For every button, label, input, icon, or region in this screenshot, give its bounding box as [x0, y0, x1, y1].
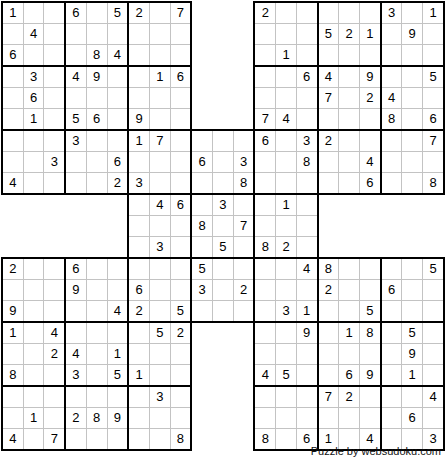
empty-cell[interactable]	[170, 280, 191, 301]
empty-cell[interactable]	[128, 344, 149, 365]
empty-cell[interactable]	[318, 301, 339, 323]
empty-cell[interactable]	[213, 280, 234, 301]
empty-cell[interactable]	[233, 258, 254, 280]
empty-cell[interactable]	[23, 2, 44, 24]
empty-cell[interactable]	[170, 45, 191, 67]
empty-cell[interactable]	[359, 280, 380, 301]
empty-cell[interactable]	[254, 344, 275, 365]
empty-cell[interactable]	[233, 130, 254, 152]
empty-cell[interactable]	[296, 386, 317, 408]
empty-cell[interactable]	[86, 2, 107, 24]
empty-cell[interactable]	[254, 258, 275, 280]
empty-cell[interactable]	[170, 152, 191, 173]
empty-cell[interactable]	[149, 258, 170, 280]
empty-cell[interactable]	[170, 237, 191, 259]
empty-cell[interactable]	[213, 173, 234, 195]
given-cell: 2	[339, 386, 360, 408]
given-cell: 1	[276, 45, 297, 67]
empty-cell[interactable]	[107, 322, 128, 344]
empty-cell[interactable]	[65, 386, 86, 408]
empty-cell[interactable]	[233, 301, 254, 323]
empty-cell[interactable]	[296, 194, 317, 216]
empty-cell[interactable]	[296, 45, 317, 67]
empty-cell[interactable]	[233, 237, 254, 259]
given-cell: 7	[149, 130, 170, 152]
empty-cell[interactable]	[402, 66, 423, 88]
empty-cell[interactable]	[86, 24, 107, 45]
given-cell: 3	[65, 130, 86, 152]
given-cell: 7	[254, 109, 275, 131]
given-cell: 1	[339, 322, 360, 344]
empty-cell[interactable]	[402, 2, 423, 24]
given-cell: 8	[254, 237, 275, 259]
given-cell: 9	[359, 66, 380, 88]
empty-cell[interactable]	[254, 301, 275, 323]
empty-cell[interactable]	[359, 408, 380, 429]
empty-cell[interactable]	[213, 216, 234, 237]
board-row: 14529185	[2, 322, 444, 344]
empty-cell[interactable]	[296, 173, 317, 195]
empty-cell[interactable]	[402, 280, 423, 301]
empty-cell[interactable]	[2, 344, 23, 365]
empty-cell[interactable]	[276, 88, 297, 109]
empty-cell[interactable]	[170, 173, 191, 195]
empty-cell[interactable]	[359, 45, 380, 67]
gap-cell	[318, 194, 339, 216]
gap-cell	[233, 66, 254, 88]
empty-cell[interactable]	[128, 216, 149, 237]
gap-cell	[191, 2, 212, 24]
empty-cell[interactable]	[381, 24, 402, 45]
empty-cell[interactable]	[149, 280, 170, 301]
empty-cell[interactable]	[86, 130, 107, 152]
empty-cell[interactable]	[23, 280, 44, 301]
empty-cell[interactable]	[402, 258, 423, 280]
empty-cell[interactable]	[296, 2, 317, 24]
empty-cell[interactable]	[213, 258, 234, 280]
given-cell: 5	[276, 365, 297, 387]
empty-cell[interactable]	[296, 109, 317, 131]
empty-cell[interactable]	[2, 66, 23, 88]
empty-cell[interactable]	[339, 280, 360, 301]
empty-cell[interactable]	[44, 386, 65, 408]
given-cell: 5	[107, 365, 128, 387]
empty-cell[interactable]	[381, 258, 402, 280]
given-cell: 8	[318, 258, 339, 280]
empty-cell[interactable]	[128, 322, 149, 344]
empty-cell[interactable]	[296, 24, 317, 45]
empty-cell[interactable]	[65, 173, 86, 195]
empty-cell[interactable]	[86, 88, 107, 109]
gap-cell	[213, 322, 234, 344]
empty-cell[interactable]	[149, 109, 170, 131]
empty-cell[interactable]	[381, 365, 402, 387]
empty-cell[interactable]	[402, 152, 423, 173]
empty-cell[interactable]	[254, 24, 275, 45]
empty-cell[interactable]	[128, 194, 149, 216]
empty-cell[interactable]	[276, 280, 297, 301]
empty-cell[interactable]	[402, 109, 423, 131]
empty-cell[interactable]	[107, 258, 128, 280]
empty-cell[interactable]	[128, 386, 149, 408]
empty-cell[interactable]	[2, 408, 23, 429]
given-cell: 7	[170, 2, 191, 24]
credit-text: Puzzle by websudoku.com	[0, 445, 441, 457]
empty-cell[interactable]	[65, 45, 86, 67]
empty-cell[interactable]	[191, 301, 212, 323]
empty-cell[interactable]	[318, 173, 339, 195]
empty-cell[interactable]	[170, 216, 191, 237]
given-cell: 4	[149, 194, 170, 216]
empty-cell[interactable]	[86, 301, 107, 323]
empty-cell[interactable]	[276, 173, 297, 195]
empty-cell[interactable]	[44, 258, 65, 280]
empty-cell[interactable]	[65, 301, 86, 323]
empty-cell[interactable]	[381, 130, 402, 152]
empty-cell[interactable]	[44, 66, 65, 88]
gap-cell	[107, 194, 128, 216]
empty-cell[interactable]	[191, 173, 212, 195]
empty-cell[interactable]	[86, 258, 107, 280]
gap-cell	[233, 408, 254, 429]
empty-cell[interactable]	[339, 45, 360, 67]
board-row: 265485	[2, 258, 444, 280]
gap-cell	[233, 109, 254, 131]
empty-cell[interactable]	[339, 152, 360, 173]
empty-cell[interactable]	[2, 109, 23, 131]
gap-cell	[191, 24, 212, 45]
empty-cell[interactable]	[359, 344, 380, 365]
empty-cell[interactable]	[423, 88, 444, 109]
empty-cell[interactable]	[254, 408, 275, 429]
given-cell: 5	[318, 24, 339, 45]
given-cell: 3	[23, 66, 44, 88]
empty-cell[interactable]	[149, 173, 170, 195]
empty-cell[interactable]	[149, 408, 170, 429]
empty-cell[interactable]	[149, 216, 170, 237]
given-cell: 9	[296, 322, 317, 344]
board-row: 3176327	[2, 130, 444, 152]
empty-cell[interactable]	[191, 130, 212, 152]
empty-cell[interactable]	[44, 24, 65, 45]
empty-cell[interactable]	[170, 365, 191, 387]
empty-cell[interactable]	[339, 408, 360, 429]
empty-cell[interactable]	[44, 365, 65, 387]
gap-cell	[339, 216, 360, 237]
given-cell: 1	[23, 408, 44, 429]
empty-cell[interactable]	[149, 301, 170, 323]
empty-cell[interactable]	[339, 258, 360, 280]
empty-cell[interactable]	[423, 152, 444, 173]
empty-cell[interactable]	[2, 130, 23, 152]
empty-cell[interactable]	[276, 386, 297, 408]
empty-cell[interactable]	[233, 194, 254, 216]
empty-cell[interactable]	[149, 45, 170, 67]
empty-cell[interactable]	[128, 66, 149, 88]
given-cell: 5	[423, 66, 444, 88]
gap-cell	[318, 216, 339, 237]
empty-cell[interactable]	[44, 130, 65, 152]
empty-cell[interactable]	[423, 301, 444, 323]
empty-cell[interactable]	[402, 173, 423, 195]
given-cell: 6	[381, 280, 402, 301]
given-cell: 5	[191, 258, 212, 280]
empty-cell[interactable]	[170, 258, 191, 280]
empty-cell[interactable]	[23, 152, 44, 173]
empty-cell[interactable]	[128, 24, 149, 45]
empty-cell[interactable]	[381, 152, 402, 173]
empty-cell[interactable]	[2, 24, 23, 45]
gap-cell	[318, 237, 339, 259]
given-cell: 5	[402, 322, 423, 344]
empty-cell[interactable]	[359, 258, 380, 280]
empty-cell[interactable]	[170, 109, 191, 131]
given-cell: 6	[339, 365, 360, 387]
empty-cell[interactable]	[149, 2, 170, 24]
empty-cell[interactable]	[423, 365, 444, 387]
empty-cell[interactable]	[254, 386, 275, 408]
empty-cell[interactable]	[44, 301, 65, 323]
empty-cell[interactable]	[107, 88, 128, 109]
empty-cell[interactable]	[296, 88, 317, 109]
given-cell: 3	[44, 152, 65, 173]
empty-cell[interactable]	[149, 152, 170, 173]
empty-cell[interactable]	[86, 280, 107, 301]
empty-cell[interactable]	[128, 258, 149, 280]
empty-cell[interactable]	[213, 301, 234, 323]
empty-cell[interactable]	[318, 344, 339, 365]
empty-cell[interactable]	[149, 365, 170, 387]
empty-cell[interactable]	[170, 24, 191, 45]
empty-cell[interactable]	[402, 45, 423, 67]
empty-cell[interactable]	[402, 130, 423, 152]
empty-cell[interactable]	[276, 152, 297, 173]
empty-cell[interactable]	[86, 386, 107, 408]
empty-cell[interactable]	[2, 152, 23, 173]
empty-cell[interactable]	[339, 130, 360, 152]
empty-cell[interactable]	[276, 130, 297, 152]
given-cell: 4	[2, 173, 23, 195]
empty-cell[interactable]	[359, 2, 380, 24]
empty-cell[interactable]	[23, 173, 44, 195]
gap-cell	[191, 322, 212, 344]
empty-cell[interactable]	[339, 2, 360, 24]
empty-cell[interactable]	[128, 88, 149, 109]
empty-cell[interactable]	[2, 88, 23, 109]
empty-cell[interactable]	[381, 301, 402, 323]
board-row: 963226	[2, 280, 444, 301]
empty-cell[interactable]	[65, 88, 86, 109]
empty-cell[interactable]	[170, 344, 191, 365]
empty-cell[interactable]	[170, 88, 191, 109]
given-cell: 3	[381, 2, 402, 24]
gap-cell	[65, 216, 86, 237]
given-cell: 2	[318, 280, 339, 301]
empty-cell[interactable]	[128, 152, 149, 173]
empty-cell[interactable]	[339, 301, 360, 323]
empty-cell[interactable]	[254, 45, 275, 67]
gap-cell	[213, 66, 234, 88]
empty-cell[interactable]	[213, 152, 234, 173]
empty-cell[interactable]	[296, 280, 317, 301]
empty-cell[interactable]	[107, 280, 128, 301]
empty-cell[interactable]	[381, 386, 402, 408]
empty-cell[interactable]	[23, 344, 44, 365]
given-cell: 6	[254, 130, 275, 152]
empty-cell[interactable]	[44, 173, 65, 195]
board-row: 12896	[2, 408, 444, 429]
empty-cell[interactable]	[23, 386, 44, 408]
empty-cell[interactable]	[23, 258, 44, 280]
given-cell: 5	[170, 301, 191, 323]
given-cell: 6	[107, 152, 128, 173]
empty-cell[interactable]	[65, 152, 86, 173]
empty-cell[interactable]	[381, 322, 402, 344]
empty-cell[interactable]	[65, 24, 86, 45]
empty-cell[interactable]	[423, 280, 444, 301]
empty-cell[interactable]	[107, 24, 128, 45]
given-cell: 4	[65, 344, 86, 365]
given-cell: 1	[23, 109, 44, 131]
empty-cell[interactable]	[149, 88, 170, 109]
empty-cell[interactable]	[149, 344, 170, 365]
given-cell: 9	[107, 408, 128, 429]
empty-cell[interactable]	[276, 24, 297, 45]
empty-cell[interactable]	[254, 66, 275, 88]
empty-cell[interactable]	[44, 280, 65, 301]
empty-cell[interactable]	[276, 344, 297, 365]
empty-cell[interactable]	[254, 280, 275, 301]
gap-cell	[191, 386, 212, 408]
empty-cell[interactable]	[107, 66, 128, 88]
empty-cell[interactable]	[318, 109, 339, 131]
empty-cell[interactable]	[276, 408, 297, 429]
empty-cell[interactable]	[254, 152, 275, 173]
empty-cell[interactable]	[276, 2, 297, 24]
empty-cell[interactable]	[402, 386, 423, 408]
empty-cell[interactable]	[276, 216, 297, 237]
empty-cell[interactable]	[213, 130, 234, 152]
empty-cell[interactable]	[318, 408, 339, 429]
given-cell: 2	[359, 88, 380, 109]
empty-cell[interactable]	[254, 173, 275, 195]
empty-cell[interactable]	[86, 152, 107, 173]
gap-cell	[339, 237, 360, 259]
empty-cell[interactable]	[23, 365, 44, 387]
empty-cell[interactable]	[423, 45, 444, 67]
given-cell: 6	[170, 194, 191, 216]
empty-cell[interactable]	[254, 88, 275, 109]
empty-cell[interactable]	[359, 130, 380, 152]
given-cell: 8	[86, 45, 107, 67]
empty-cell[interactable]	[296, 408, 317, 429]
empty-cell[interactable]	[381, 173, 402, 195]
empty-cell[interactable]	[23, 322, 44, 344]
empty-cell[interactable]	[296, 344, 317, 365]
empty-cell[interactable]	[44, 408, 65, 429]
empty-cell[interactable]	[2, 386, 23, 408]
empty-cell[interactable]	[339, 88, 360, 109]
empty-cell[interactable]	[423, 408, 444, 429]
empty-cell[interactable]	[128, 408, 149, 429]
empty-cell[interactable]	[318, 45, 339, 67]
empty-cell[interactable]	[276, 258, 297, 280]
empty-cell[interactable]	[107, 109, 128, 131]
empty-cell[interactable]	[44, 45, 65, 67]
empty-cell[interactable]	[318, 365, 339, 387]
empty-cell[interactable]	[170, 408, 191, 429]
samurai-sudoku-page: 1652723145219684134916649567241569748631…	[0, 0, 445, 460]
empty-cell[interactable]	[44, 88, 65, 109]
empty-cell[interactable]	[86, 365, 107, 387]
empty-cell[interactable]	[423, 322, 444, 344]
empty-cell[interactable]	[276, 322, 297, 344]
empty-cell[interactable]	[381, 344, 402, 365]
empty-cell[interactable]	[318, 2, 339, 24]
empty-cell[interactable]	[381, 66, 402, 88]
empty-cell[interactable]	[381, 45, 402, 67]
empty-cell[interactable]	[276, 66, 297, 88]
empty-cell[interactable]	[402, 88, 423, 109]
gap-cell	[381, 194, 402, 216]
empty-cell[interactable]	[191, 194, 212, 216]
empty-cell[interactable]	[318, 322, 339, 344]
empty-cell[interactable]	[381, 408, 402, 429]
empty-cell[interactable]	[23, 130, 44, 152]
empty-cell[interactable]	[296, 365, 317, 387]
given-cell: 3	[128, 173, 149, 195]
empty-cell[interactable]	[296, 216, 317, 237]
empty-cell[interactable]	[296, 237, 317, 259]
empty-cell[interactable]	[128, 45, 149, 67]
empty-cell[interactable]	[86, 344, 107, 365]
empty-cell[interactable]	[254, 216, 275, 237]
empty-cell[interactable]	[318, 152, 339, 173]
empty-cell[interactable]	[339, 344, 360, 365]
empty-cell[interactable]	[339, 109, 360, 131]
empty-cell[interactable]	[423, 24, 444, 45]
empty-cell[interactable]	[86, 322, 107, 344]
empty-cell[interactable]	[170, 130, 191, 152]
empty-cell[interactable]	[23, 45, 44, 67]
empty-cell[interactable]	[359, 109, 380, 131]
empty-cell[interactable]	[359, 386, 380, 408]
gap-cell	[107, 216, 128, 237]
empty-cell[interactable]	[423, 344, 444, 365]
empty-cell[interactable]	[23, 301, 44, 323]
empty-cell[interactable]	[107, 130, 128, 152]
empty-cell[interactable]	[149, 24, 170, 45]
empty-cell[interactable]	[44, 2, 65, 24]
empty-cell[interactable]	[254, 322, 275, 344]
empty-cell[interactable]	[107, 386, 128, 408]
empty-cell[interactable]	[44, 109, 65, 131]
empty-cell[interactable]	[339, 66, 360, 88]
given-cell: 9	[359, 365, 380, 387]
empty-cell[interactable]	[2, 280, 23, 301]
given-cell: 7	[233, 216, 254, 237]
empty-cell[interactable]	[402, 301, 423, 323]
empty-cell[interactable]	[128, 237, 149, 259]
empty-cell[interactable]	[191, 237, 212, 259]
given-cell: 4	[381, 88, 402, 109]
empty-cell[interactable]	[254, 194, 275, 216]
empty-cell[interactable]	[86, 173, 107, 195]
empty-cell[interactable]	[170, 386, 191, 408]
empty-cell[interactable]	[339, 173, 360, 195]
empty-cell[interactable]	[65, 322, 86, 344]
given-cell: 3	[233, 152, 254, 173]
